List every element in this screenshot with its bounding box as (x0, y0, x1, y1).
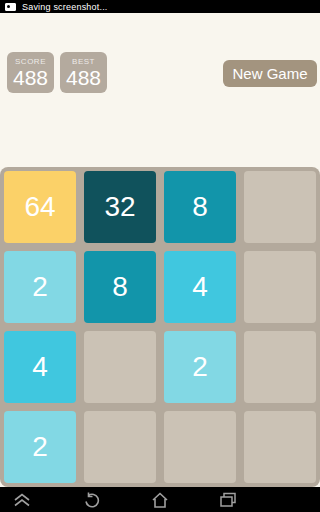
best-score-box: BEST 488 (60, 52, 107, 93)
empty-cell-r3c2 (84, 331, 156, 403)
tile-4-r3c1: 4 (4, 331, 76, 403)
tile-8-r1c3: 8 (164, 171, 236, 243)
tile-2-r3c3: 2 (164, 331, 236, 403)
status-notification-text: Saving screenshot... (22, 2, 108, 12)
hide-navbar-icon[interactable] (10, 488, 34, 512)
home-icon[interactable] (148, 488, 172, 512)
score-label: SCORE (15, 57, 46, 66)
screenshot-image-icon (5, 3, 16, 11)
empty-cell-r4c4 (244, 411, 316, 483)
empty-cell-r3c4 (244, 331, 316, 403)
empty-cell-r4c3 (164, 411, 236, 483)
empty-cell-r1c4 (244, 171, 316, 243)
best-label: BEST (72, 57, 95, 66)
tile-4-r2c3: 4 (164, 251, 236, 323)
empty-cell-r4c2 (84, 411, 156, 483)
tile-2-r2c1: 2 (4, 251, 76, 323)
score-value: 488 (13, 67, 48, 88)
recents-icon[interactable] (216, 488, 240, 512)
tile-2-r4c1: 2 (4, 411, 76, 483)
best-value: 488 (66, 67, 101, 88)
new-game-button[interactable]: New Game (223, 60, 317, 87)
tile-8-r2c2: 8 (84, 251, 156, 323)
score-box: SCORE 488 (7, 52, 54, 93)
tile-64-r1c1: 64 (4, 171, 76, 243)
android-nav-bar (0, 487, 320, 512)
status-bar: Saving screenshot... (0, 0, 320, 13)
tile-32-r1c2: 32 (84, 171, 156, 243)
empty-cell-r2c4 (244, 251, 316, 323)
game-board-2048[interactable]: 64328284422 (0, 167, 320, 487)
back-icon[interactable] (80, 488, 104, 512)
